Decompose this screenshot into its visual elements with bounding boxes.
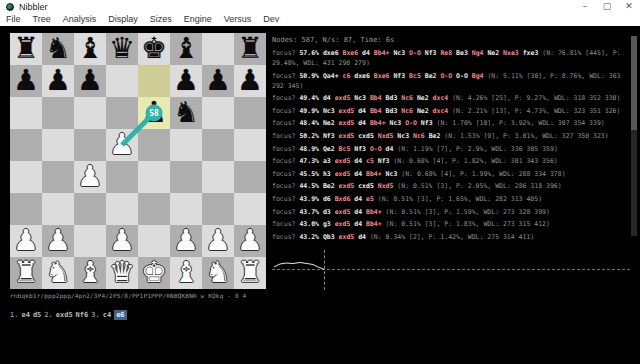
square-a8[interactable]: ♜ [10,33,42,65]
menu-item-dev[interactable]: Dev [257,13,285,26]
maximize-button[interactable]: ▢ [596,0,618,13]
pv-stats: (N: 0.51% [3], P: 1.83%, WDL: 273 315 41… [386,220,550,228]
square-b8[interactable]: ♞ [42,33,74,65]
move-number: 2. [44,311,52,319]
square-f8[interactable]: ♝ [170,33,202,65]
pv-move: dxe6 [323,49,339,57]
focus-label: focus? [272,157,295,165]
white-rook-a1: ♜ [10,257,42,288]
pv-move: exd5 [335,94,351,102]
black-bishop-f8: ♝ [170,33,202,64]
pv-move: Bd3 [386,107,398,115]
pv-move: O-O [409,49,421,57]
analysis-row-14[interactable]: focus? 43.2% Qb3 exd5 d4 (N: 0.34% [2], … [272,232,626,242]
menu-bar: FileTreeAnalysisDisplaySizesEngineVersus… [0,13,640,26]
square-g7[interactable]: ♟ [202,65,234,97]
close-button[interactable]: ✕ [618,0,640,13]
pv-move: Bb4 [370,94,382,102]
focus-label: focus? [272,182,295,190]
analysis-row-5[interactable]: focus? 48.4% Ne2 exd5 d4 Bb4+ Nc3 O-O Nf… [272,118,626,128]
pv-move: dxc4 [433,107,449,115]
square-g5[interactable] [202,129,234,161]
pv-move: cxd5 [358,132,374,140]
pv-move: exd5 [339,132,355,140]
pv-move: Qb3 [323,233,335,241]
white-bishop-c1: ♝ [74,257,106,288]
square-a3[interactable] [10,193,42,225]
square-e1[interactable]: ♚ [138,257,170,289]
square-d6[interactable] [106,97,138,129]
pv-move: d4 [354,208,362,216]
white-pawn-h2: ♟ [234,225,266,256]
analysis-row-8[interactable]: focus? 47.3% a3 exd5 d4 c5 Nf3 (N: 0.68%… [272,156,626,166]
black-pawn-b7: ♟ [42,65,74,96]
white-pawn-g2: ♟ [202,225,234,256]
square-e8[interactable]: ♚ [138,33,170,65]
white-knight-b1: ♞ [42,257,74,288]
focus-label: focus? [272,132,295,140]
pv-move: Nxd5 [378,132,394,140]
pv-move: O-O [370,145,382,153]
pv-move: d4 [354,195,362,203]
pv-move: exd5 [335,220,351,228]
white-rook-h1: ♜ [234,257,266,288]
pv-move: Nf3 [393,72,405,80]
eval-percent: 50.2% [299,132,319,140]
pv-move: exd5 [339,182,355,190]
eval-percent: 43.0% [299,220,319,228]
focus-label: focus? [272,170,295,178]
eval-percent: 43.9% [299,195,319,203]
eval-percent: 49.9% [299,107,319,115]
menu-item-versus[interactable]: Versus [218,13,258,26]
eval-percent: 47.3% [299,157,319,165]
menu-item-file[interactable]: File [0,13,27,26]
pv-move: Ng4 [472,49,484,57]
pv-move: fxe3 [523,49,539,57]
pv-move: Bxe6 [374,72,390,80]
pv-stats: (N: 0.51% [3], P: 1.59%, WDL: 273 328 39… [386,208,550,216]
pv-move: dxc4 [433,94,449,102]
square-b2[interactable]: ♟ [42,225,74,257]
square-c4[interactable]: ♟ [74,161,106,193]
focus-label: focus? [272,208,295,216]
pv-move: Nxd5 [378,182,394,190]
analysis-row-3[interactable]: focus? 49.4% d4 exd5 Nc3 Bb4 Bd3 Nc6 Ne2… [272,93,626,103]
pv-move: Nc6 [401,94,413,102]
pv-stats: (N: 1.53% [9], P: 3.01%, WDL: 327 350 32… [444,132,608,140]
pv-move: Be2 [425,72,437,80]
pv-move: Nc6 [413,132,425,140]
analysis-row-13[interactable]: focus? 43.0% g3 exd5 d4 Bb4+ (N: 0.51% [… [272,219,626,229]
white-pawn-f2: ♟ [170,225,202,256]
pv-stats: (N: 0.34% [2], P: 1.42%, WDL: 275 314 41… [370,233,534,241]
pv-stats: (N: 4.26% [25], P: 9.27%, WDL: 318 352 3… [452,94,620,102]
pv-move: Nf3 [323,132,335,140]
analysis-row-12[interactable]: focus? 43.7% d3 exd5 d4 Bb4+ (N: 0.51% [… [272,207,626,217]
pv-move: Ne2 [417,107,429,115]
square-b1[interactable]: ♞ [42,257,74,289]
pv-move: Re8 [440,49,452,57]
square-h6[interactable] [234,97,266,129]
black-knight-f6: ♞ [170,97,202,128]
eval-percent: 48.9% [299,145,319,153]
pv-stats: (N: 2.21% [13], P: 4.73%, WDL: 323 351 3… [452,107,620,115]
window-controls: – ▢ ✕ [574,0,640,13]
pv-move: O-O [405,119,417,127]
pv-move: d4 [354,157,362,165]
black-knight-b8: ♞ [42,33,74,64]
pv-move: a3 [323,157,331,165]
square-h8[interactable]: ♜ [234,33,266,65]
scrollbar-thumb[interactable] [631,36,637,130]
square-d3[interactable] [106,193,138,225]
white-king-e1: ♚ [138,257,170,288]
focus-label: focus? [272,220,295,228]
pv-move: Bb4+ [366,208,382,216]
move[interactable]: d5 [33,311,41,319]
menu-item-display[interactable]: Display [102,13,144,26]
focus-label: focus? [272,145,295,153]
move[interactable]: c4 [103,311,111,319]
square-c5[interactable] [74,129,106,161]
analysis-row-10[interactable]: focus? 44.5% Be2 exd5 cxd5 Nxd5 (N: 0.51… [272,181,626,191]
square-a1[interactable]: ♜ [10,257,42,289]
pv-move: Qa4+ [323,72,339,80]
pv-stats: (N: 1.70% [10], P: 3.92%, WDL: 307 354 3… [437,119,605,127]
square-a6[interactable] [10,97,42,129]
pv-move: exd5 [335,170,351,178]
square-e5[interactable] [138,129,170,161]
black-pawn-h7: ♟ [234,65,266,96]
square-e4[interactable] [138,161,170,193]
square-f6[interactable]: ♞ [170,97,202,129]
square-f7[interactable]: ♟ [170,65,202,97]
black-pawn-e6: ♟ [138,97,170,128]
pv-move: Bxd6 [335,195,351,203]
eval-percent: 49.4% [299,94,319,102]
black-pawn-c7: ♟ [74,65,106,96]
white-pawn-c4: ♟ [74,161,106,192]
analysis-row-1[interactable]: focus? 57.6% dxe6 Bxe6 d4 Bb4+ Nc3 O-O N… [272,48,626,68]
pv-move: Bb4+ [366,170,382,178]
pv-move: exd5 [339,107,355,115]
square-d8[interactable]: ♛ [106,33,138,65]
black-pawn-g7: ♟ [202,65,234,96]
analysis-row-6[interactable]: focus? 50.2% Nf3 exd5 cxd5 Nxd5 Nc3 Nc6 … [272,131,626,141]
app-icon [6,3,14,11]
pv-move: exd5 [335,157,351,165]
move-number: 1. [10,311,18,319]
pv-move: d4 [362,49,370,57]
pv-move: d4 [354,170,362,178]
pv-move: Bb4+ [366,220,382,228]
pv-move: Be2 [429,132,441,140]
white-bishop-f1: ♝ [170,257,202,288]
pv-move: d4 [354,220,362,228]
square-c7[interactable]: ♟ [74,65,106,97]
square-d4[interactable] [106,161,138,193]
pv-move: Bb4+ [374,49,390,57]
square-h2[interactable]: ♟ [234,225,266,257]
pv-move: Nf3 [425,49,437,57]
square-g6[interactable] [202,97,234,129]
square-d1[interactable]: ♛ [106,257,138,289]
pv-move: d4 [323,94,331,102]
menu-item-analysis[interactable]: Analysis [57,13,103,26]
square-c6[interactable] [74,97,106,129]
pv-move: d6 [323,195,331,203]
pv-move: Nf3 [421,119,433,127]
black-king-e8: ♚ [138,33,170,64]
move-number: 3. [91,311,99,319]
white-pawn-a2: ♟ [10,225,42,256]
pv-move: d4 [358,107,366,115]
pv-move: Qe2 [323,145,335,153]
square-g1[interactable]: ♞ [202,257,234,289]
square-a5[interactable] [10,129,42,161]
pv-move: Nc3 [354,94,366,102]
focus-label: focus? [272,72,295,80]
black-rook-h8: ♜ [234,33,266,64]
pv-move: c6 [342,72,350,80]
move[interactable]: e4 [21,311,29,319]
square-f4[interactable] [170,161,202,193]
focus-label: focus? [272,119,295,127]
square-f3[interactable] [170,193,202,225]
black-bishop-c8: ♝ [74,33,106,64]
square-h1[interactable]: ♜ [234,257,266,289]
black-pawn-a7: ♟ [10,65,42,96]
pv-move: Nc6 [401,107,413,115]
pv-move: Bb4 [370,107,382,115]
pv-move: Bb4+ [370,119,386,127]
menu-item-engine[interactable]: Engine [178,13,218,26]
square-c8[interactable]: ♝ [74,33,106,65]
analysis-row-11[interactable]: focus? 43.9% d6 Bxd6 d4 e5 (N: 0.51% [3]… [272,194,626,204]
square-h3[interactable] [234,193,266,225]
square-h5[interactable] [234,129,266,161]
pv-move: Nf3 [378,157,390,165]
black-queen-d8: ♛ [106,33,138,64]
move-list: 1.e4d52.exd5Nf63.c4e6 [10,310,128,320]
square-b6[interactable] [42,97,74,129]
menu-item-tree[interactable]: Tree [27,13,57,26]
pv-move: exd5 [339,119,355,127]
pv-move: exd5 [339,233,355,241]
pv-move: d4 [386,145,394,153]
pv-move: c5 [366,157,374,165]
eval-percent: 48.4% [299,119,319,127]
square-f2[interactable]: ♟ [170,225,202,257]
pv-move: Bg4 [472,72,484,80]
pv-move: h3 [323,170,331,178]
pv-move: Ne2 [323,119,335,127]
eval-percent: 50.9% [299,72,319,80]
pv-move: cxd5 [358,182,374,190]
fen-string: rnbqkb1r/ppp2ppp/4pn2/3P4/2P5/8/PP1P1PPP… [10,292,310,300]
analysis-row-9[interactable]: focus? 45.5% h3 exd5 d4 Bb4+ Nc3 (N: 0.6… [272,169,626,179]
engine-status-line: Nodes: 587, N/s: 87, Time: 6s [272,36,626,45]
pv-move: d4 [358,233,366,241]
white-pawn-d2: ♟ [106,225,138,256]
black-pawn-f7: ♟ [170,65,202,96]
pv-move: Ne2 [417,94,429,102]
pv-move: Ne2 [487,49,499,57]
square-f5[interactable] [170,129,202,161]
eval-percent: 57.6% [299,49,319,57]
square-a7[interactable]: ♟ [10,65,42,97]
square-g8[interactable] [202,33,234,65]
move[interactable]: exd5 [56,311,73,319]
pv-stats: (N: 1.19% [7], P: 2.9%, WDL: 336 305 359… [397,145,557,153]
square-h4[interactable] [234,161,266,193]
pv-move: Bxe6 [342,49,358,57]
move-selected[interactable]: e6 [114,310,126,320]
chess-board: ♜♞♝♛♚♝♜♟♟♟♟♟♟♟♞♟♟♟♟♟♟♟♟♜♞♝♛♚♝♞♜ [10,33,266,289]
square-f1[interactable]: ♝ [170,257,202,289]
pv-move: Bd3 [386,94,398,102]
pv-move: Nc3 [397,132,409,140]
black-rook-a8: ♜ [10,33,42,64]
square-e7[interactable] [138,65,170,97]
pv-move: Be2 [323,182,335,190]
white-knight-g1: ♞ [202,257,234,288]
pv-move: g3 [323,220,331,228]
pv-move: dxe6 [354,72,370,80]
pv-move: Nf3 [354,145,366,153]
pv-stats: (N: 0.68% [4], P: 1.82%, WDL: 301 343 35… [393,157,557,165]
pv-move: d3 [323,208,331,216]
white-pawn-b2: ♟ [42,225,74,256]
eval-percent: 44.5% [299,182,319,190]
pv-stats: (N: 0.51% [3], P: 1.65%, WDL: 282 313 40… [378,195,542,203]
square-b4[interactable] [42,161,74,193]
pv-move: Bc5 [339,145,351,153]
square-c3[interactable] [74,193,106,225]
focus-label: focus? [272,49,295,57]
pv-move: Bc5 [409,72,421,80]
title-bar: Nibbler – ▢ ✕ [0,0,640,13]
pv-move: O-O [440,72,452,80]
square-a2[interactable]: ♟ [10,225,42,257]
square-b3[interactable] [42,193,74,225]
white-queen-d1: ♛ [106,257,138,288]
pv-move: Nc3 [389,119,401,127]
scrollbar-track[interactable] [631,36,637,236]
square-e6[interactable]: ♟ [138,97,170,129]
square-a4[interactable] [10,161,42,193]
minimize-button[interactable]: – [574,0,596,13]
focus-label: focus? [272,107,295,115]
square-h7[interactable]: ♟ [234,65,266,97]
analysis-panel: focus? 57.6% dxe6 Bxe6 d4 Bb4+ Nc3 O-O N… [272,48,626,244]
eval-percent: 43.7% [299,208,319,216]
move[interactable]: Nf6 [76,311,89,319]
eval-percent: 43.2% [299,233,319,241]
white-pawn-d5: ♟ [106,129,138,160]
square-g3[interactable] [202,193,234,225]
focus-label: focus? [272,94,295,102]
square-e2[interactable] [138,225,170,257]
pv-move: exd5 [335,208,351,216]
pv-move: O-O [456,72,468,80]
analysis-row-4[interactable]: focus? 49.9% Nc3 exd5 d4 Bb4 Bd3 Nc6 Ne2… [272,106,626,116]
focus-label: focus? [272,233,295,241]
square-d2[interactable]: ♟ [106,225,138,257]
pv-stats: (N: 0.68% [4], P: 1.99%, WDL: 288 334 37… [401,170,565,178]
pv-move: d4 [358,119,366,127]
square-c1[interactable]: ♝ [74,257,106,289]
pv-move: Nxe3 [503,49,519,57]
square-b5[interactable] [42,129,74,161]
focus-label: focus? [272,195,295,203]
square-c2[interactable] [74,225,106,257]
menu-item-sizes[interactable]: Sizes [144,13,178,26]
pv-move: Nc3 [323,107,335,115]
pv-move: e5 [366,195,374,203]
square-d7[interactable] [106,65,138,97]
square-b7[interactable]: ♟ [42,65,74,97]
square-g2[interactable]: ♟ [202,225,234,257]
window-title: Nibbler [19,2,48,12]
square-e3[interactable] [138,193,170,225]
eval-graph[interactable] [272,248,630,292]
pv-move: Nc3 [386,170,398,178]
eval-graph-curve [272,248,332,292]
square-g4[interactable] [202,161,234,193]
pv-stats: (N: 0.51% [3], P: 2.05%, WDL: 286 318 39… [397,182,561,190]
eval-percent: 45.5% [299,170,319,178]
pv-move: Nc3 [393,49,405,57]
square-d5[interactable]: ♟ [106,129,138,161]
analysis-row-7[interactable]: focus? 48.9% Qe2 Bc5 Nf3 O-O d4 (N: 1.19… [272,144,626,154]
pv-move: Be3 [456,49,468,57]
analysis-row-2[interactable]: focus? 50.9% Qa4+ c6 dxe6 Bxe6 Nf3 Bc5 B… [272,71,626,91]
